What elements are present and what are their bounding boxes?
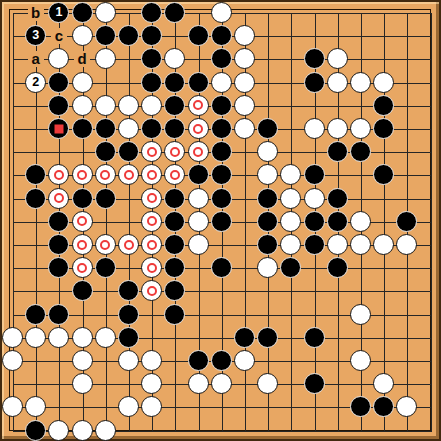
black-stone[interactable]	[234, 327, 255, 348]
black-stone[interactable]	[118, 327, 139, 348]
black-stone[interactable]	[211, 141, 232, 162]
black-stone[interactable]	[48, 304, 69, 325]
red-circle-mark	[147, 286, 157, 296]
black-stone[interactable]: 1	[48, 2, 69, 23]
white-stone[interactable]	[234, 350, 255, 371]
black-stone[interactable]	[257, 211, 278, 232]
black-stone[interactable]	[304, 234, 325, 255]
red-circle-mark	[54, 170, 64, 180]
point-letter-label: d	[74, 51, 90, 67]
white-stone[interactable]	[48, 420, 69, 441]
black-stone[interactable]	[188, 164, 209, 185]
point-letter-label: a	[28, 51, 44, 67]
black-stone[interactable]	[141, 72, 162, 93]
white-stone[interactable]	[234, 95, 255, 116]
black-stone[interactable]	[164, 72, 185, 93]
point-letter-label: c	[51, 28, 67, 44]
red-circle-mark	[77, 263, 87, 273]
white-stone[interactable]	[327, 234, 348, 255]
red-circle-mark	[170, 147, 180, 157]
red-circle-mark	[124, 240, 134, 250]
red-circle-mark	[54, 193, 64, 203]
black-stone[interactable]	[72, 280, 93, 301]
black-stone[interactable]	[304, 327, 325, 348]
white-stone[interactable]	[350, 72, 371, 93]
black-stone[interactable]	[48, 72, 69, 93]
black-stone[interactable]	[257, 188, 278, 209]
white-stone[interactable]	[95, 327, 116, 348]
black-stone[interactable]	[257, 327, 278, 348]
white-stone[interactable]	[211, 2, 232, 23]
black-stone[interactable]	[25, 188, 46, 209]
black-stone[interactable]	[211, 188, 232, 209]
white-stone[interactable]	[118, 95, 139, 116]
black-stone[interactable]	[95, 188, 116, 209]
white-stone[interactable]	[118, 118, 139, 139]
black-stone[interactable]	[25, 304, 46, 325]
white-stone[interactable]	[350, 211, 371, 232]
black-stone[interactable]	[327, 211, 348, 232]
white-stone[interactable]	[188, 211, 209, 232]
white-stone[interactable]	[188, 188, 209, 209]
black-stone[interactable]	[211, 25, 232, 46]
white-stone[interactable]	[72, 420, 93, 441]
white-stone[interactable]	[72, 211, 93, 232]
white-stone[interactable]	[141, 188, 162, 209]
white-stone[interactable]	[211, 72, 232, 93]
red-circle-mark	[147, 240, 157, 250]
white-stone[interactable]	[188, 141, 209, 162]
black-stone[interactable]: 3	[25, 25, 46, 46]
white-stone[interactable]	[72, 164, 93, 185]
white-stone[interactable]	[188, 234, 209, 255]
black-stone[interactable]	[72, 2, 93, 23]
black-stone[interactable]	[304, 72, 325, 93]
black-stone[interactable]	[188, 25, 209, 46]
red-circle-mark	[147, 263, 157, 273]
white-stone[interactable]	[188, 373, 209, 394]
white-stone[interactable]	[373, 72, 394, 93]
white-stone[interactable]	[95, 2, 116, 23]
white-stone[interactable]	[327, 72, 348, 93]
black-stone[interactable]	[95, 25, 116, 46]
white-stone[interactable]	[350, 118, 371, 139]
point-letter-label: b	[28, 5, 44, 21]
white-stone[interactable]	[350, 304, 371, 325]
black-stone[interactable]	[188, 350, 209, 371]
white-stone[interactable]	[350, 350, 371, 371]
white-stone[interactable]	[72, 327, 93, 348]
black-stone[interactable]	[188, 72, 209, 93]
white-stone[interactable]	[118, 350, 139, 371]
white-stone[interactable]	[280, 188, 301, 209]
red-circle-mark	[100, 170, 110, 180]
white-stone[interactable]	[72, 350, 93, 371]
white-stone[interactable]	[95, 420, 116, 441]
white-stone[interactable]	[304, 118, 325, 139]
move-number-label: 1	[49, 3, 68, 22]
black-stone[interactable]	[72, 118, 93, 139]
red-circle-mark	[77, 170, 87, 180]
black-stone[interactable]	[25, 420, 46, 441]
black-stone[interactable]	[327, 141, 348, 162]
black-stone[interactable]	[211, 257, 232, 278]
white-stone[interactable]: 2	[25, 72, 46, 93]
red-square-mark	[54, 124, 63, 133]
red-circle-mark	[147, 193, 157, 203]
black-stone[interactable]	[164, 188, 185, 209]
red-circle-mark	[100, 240, 110, 250]
black-stone[interactable]	[118, 304, 139, 325]
white-stone[interactable]	[72, 25, 93, 46]
white-stone[interactable]	[141, 95, 162, 116]
red-circle-mark	[193, 124, 203, 134]
red-circle-mark	[147, 147, 157, 157]
black-stone[interactable]	[327, 257, 348, 278]
black-stone[interactable]	[373, 95, 394, 116]
black-stone[interactable]	[304, 211, 325, 232]
black-stone[interactable]	[72, 188, 93, 209]
red-circle-mark	[193, 147, 203, 157]
white-stone[interactable]	[72, 72, 93, 93]
white-stone[interactable]	[2, 350, 23, 371]
red-circle-mark	[77, 216, 87, 226]
black-stone[interactable]	[211, 95, 232, 116]
white-stone[interactable]	[72, 234, 93, 255]
white-stone[interactable]	[95, 95, 116, 116]
go-board[interactable]: 132bcad	[0, 0, 441, 441]
white-stone[interactable]	[234, 72, 255, 93]
red-circle-mark	[147, 170, 157, 180]
white-stone[interactable]	[72, 95, 93, 116]
black-stone[interactable]	[95, 141, 116, 162]
black-stone[interactable]	[304, 164, 325, 185]
black-stone[interactable]	[211, 211, 232, 232]
white-stone[interactable]	[188, 118, 209, 139]
black-stone[interactable]	[95, 118, 116, 139]
white-stone[interactable]	[211, 373, 232, 394]
white-stone[interactable]	[2, 327, 23, 348]
white-stone[interactable]	[118, 234, 139, 255]
white-stone[interactable]	[188, 95, 209, 116]
white-stone[interactable]	[48, 188, 69, 209]
white-stone[interactable]	[234, 118, 255, 139]
black-stone[interactable]	[327, 188, 348, 209]
red-circle-mark	[193, 100, 203, 110]
black-stone[interactable]	[304, 373, 325, 394]
black-stone[interactable]	[164, 304, 185, 325]
white-stone[interactable]	[25, 327, 46, 348]
move-number-label: 3	[26, 26, 45, 45]
red-circle-mark	[77, 240, 87, 250]
white-stone[interactable]	[350, 234, 371, 255]
white-stone[interactable]	[72, 373, 93, 394]
white-stone[interactable]	[72, 257, 93, 278]
black-stone[interactable]	[304, 48, 325, 69]
red-circle-mark	[124, 170, 134, 180]
go-diagram: 132bcad	[0, 0, 441, 441]
black-stone[interactable]	[95, 257, 116, 278]
move-number-label: 2	[26, 73, 45, 92]
black-stone[interactable]	[211, 350, 232, 371]
red-circle-mark	[170, 170, 180, 180]
red-circle-mark	[147, 216, 157, 226]
black-stone[interactable]	[211, 118, 232, 139]
white-stone[interactable]	[95, 234, 116, 255]
white-stone[interactable]	[141, 211, 162, 232]
white-stone[interactable]	[327, 118, 348, 139]
white-stone[interactable]	[304, 188, 325, 209]
